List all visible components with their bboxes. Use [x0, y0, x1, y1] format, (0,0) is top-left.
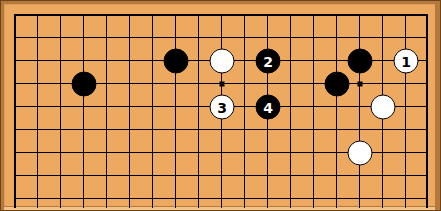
grid-cell-cropped: [60, 198, 83, 208]
grid-cell: [336, 175, 359, 198]
grid-cell: [290, 83, 313, 106]
grid-cell: [60, 37, 83, 60]
star-point-q16: [358, 82, 363, 87]
stone-white-k17: [210, 49, 235, 74]
grid-cell: [152, 129, 175, 152]
stone-white-s17: 1: [394, 49, 419, 74]
grid-cell: [60, 175, 83, 198]
grid-cell: [267, 175, 290, 198]
grid-cell: [221, 129, 244, 152]
grid-cell: [382, 14, 405, 37]
grid-cell: [382, 175, 405, 198]
grid-cell: [14, 83, 37, 106]
grid-cell: [290, 14, 313, 37]
grid-cell: [83, 175, 106, 198]
grid-cell: [313, 106, 336, 129]
grid-cell-cropped: [175, 198, 198, 208]
grid-cell: [382, 152, 405, 175]
grid-cell: [290, 106, 313, 129]
grid-cell: [60, 129, 83, 152]
move-number-label: 1: [401, 54, 411, 68]
grid-cell: [290, 37, 313, 60]
grid-cell: [14, 152, 37, 175]
grid-cell: [106, 152, 129, 175]
grid-cell: [244, 152, 267, 175]
grid-cell: [106, 60, 129, 83]
grid-cell: [198, 175, 221, 198]
grid-cell: [244, 129, 267, 152]
grid-cell: [14, 129, 37, 152]
stone-black-h17: [164, 49, 189, 74]
grid-cell: [175, 175, 198, 198]
grid-cell: [198, 152, 221, 175]
grid-cell: [106, 83, 129, 106]
grid-cell: [244, 14, 267, 37]
grid-cell: [198, 14, 221, 37]
grid-cell: [221, 152, 244, 175]
grid-cell-cropped: [359, 198, 382, 208]
grid-cell: [290, 60, 313, 83]
go-board-diagram: 2341: [0, 0, 441, 211]
stone-white-k15: 3: [210, 95, 235, 120]
grid-cell-cropped: [129, 198, 152, 208]
grid-cell: [175, 152, 198, 175]
grid-cell-cropped: [313, 198, 336, 208]
stone-black-m17: 2: [256, 49, 281, 74]
grid-cell: [175, 14, 198, 37]
grid-cell: [60, 106, 83, 129]
grid-cell: [37, 152, 60, 175]
grid-cell: [37, 60, 60, 83]
stone-white-r15: [371, 95, 396, 120]
grid-cell: [37, 129, 60, 152]
grid-cell-cropped: [14, 198, 37, 208]
grid-cell: [336, 14, 359, 37]
grid-cell: [267, 152, 290, 175]
grid-cell: [83, 14, 106, 37]
grid-cell: [313, 129, 336, 152]
grid-cell: [290, 175, 313, 198]
grid-cell: [313, 175, 336, 198]
grid-cell: [313, 14, 336, 37]
grid-cell: [129, 106, 152, 129]
grid-cell-cropped: [244, 198, 267, 208]
grid-cell: [198, 129, 221, 152]
grid-cell: [83, 106, 106, 129]
grid-cell: [37, 37, 60, 60]
grid-cell: [152, 152, 175, 175]
grid-cell-cropped: [198, 198, 221, 208]
stone-black-m15: 4: [256, 95, 281, 120]
grid-cell: [152, 175, 175, 198]
grid-cell: [129, 175, 152, 198]
grid-cell-cropped: [37, 198, 60, 208]
stone-black-q17: [348, 49, 373, 74]
grid-cell: [405, 14, 428, 37]
grid-cell: [37, 14, 60, 37]
grid-cell: [106, 106, 129, 129]
grid-cell: [382, 129, 405, 152]
grid-cell: [14, 106, 37, 129]
stone-black-p16: [325, 72, 350, 97]
grid-cell: [60, 152, 83, 175]
grid-cell: [83, 129, 106, 152]
grid-cell: [129, 83, 152, 106]
grid-cell: [14, 60, 37, 83]
grid-cell: [267, 14, 290, 37]
grid-cell: [175, 129, 198, 152]
grid-cell: [405, 83, 428, 106]
grid-cell-cropped: [152, 198, 175, 208]
grid-cell: [83, 152, 106, 175]
grid-cell: [129, 152, 152, 175]
grid-cell: [244, 175, 267, 198]
grid-cell: [14, 175, 37, 198]
grid-cell: [37, 83, 60, 106]
grid-cell: [175, 106, 198, 129]
grid-cell: [405, 106, 428, 129]
grid-cell-cropped: [106, 198, 129, 208]
grid-cell-cropped: [83, 198, 106, 208]
grid-cell: [83, 37, 106, 60]
grid-cell-cropped: [290, 198, 313, 208]
grid-cell: [106, 129, 129, 152]
star-point-k16: [220, 82, 225, 87]
move-number-label: 3: [217, 100, 227, 114]
grid-cell: [129, 14, 152, 37]
grid-cell-cropped: [405, 198, 428, 208]
grid-cell: [175, 83, 198, 106]
grid-cell-cropped: [221, 198, 244, 208]
grid-cell: [359, 175, 382, 198]
grid-cell: [221, 175, 244, 198]
grid-cell: [290, 129, 313, 152]
grid-cell: [60, 14, 83, 37]
move-number-label: 4: [263, 100, 273, 114]
grid-cell: [106, 14, 129, 37]
grid-cell: [129, 37, 152, 60]
grid-cell: [37, 106, 60, 129]
grid-cell: [221, 14, 244, 37]
grid-cell: [313, 37, 336, 60]
grid-cell-cropped: [336, 198, 359, 208]
grid-cell-cropped: [267, 198, 290, 208]
grid-cell: [405, 129, 428, 152]
grid-cell-cropped: [382, 198, 405, 208]
grid-cell: [405, 152, 428, 175]
grid-cell: [152, 83, 175, 106]
grid-cell: [152, 14, 175, 37]
grid-cell: [37, 175, 60, 198]
stone-black-d16: [72, 72, 97, 97]
grid-cell: [405, 175, 428, 198]
grid-cell: [129, 129, 152, 152]
grid-cell: [106, 37, 129, 60]
move-number-label: 2: [263, 54, 273, 68]
grid-cell: [290, 152, 313, 175]
grid-cell: [267, 129, 290, 152]
grid-cell: [14, 37, 37, 60]
grid-cell: [336, 106, 359, 129]
grid-cell: [313, 152, 336, 175]
grid-cell: [106, 175, 129, 198]
grid-cell: [359, 14, 382, 37]
grid-cell: [129, 60, 152, 83]
grid-cell: [14, 14, 37, 37]
stone-white-q13: [348, 141, 373, 166]
grid-cell: [152, 106, 175, 129]
